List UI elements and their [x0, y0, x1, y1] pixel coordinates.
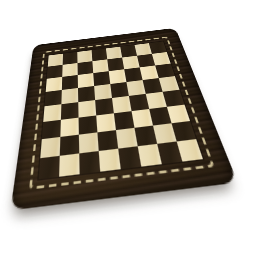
- board-grid: [39, 41, 203, 179]
- square-a1[interactable]: [39, 156, 60, 179]
- square-d1[interactable]: [99, 149, 121, 172]
- square-b2[interactable]: [60, 135, 79, 156]
- square-c2[interactable]: [79, 132, 99, 153]
- chess-board: [10, 28, 237, 211]
- square-d2[interactable]: [97, 130, 118, 151]
- square-b1[interactable]: [59, 153, 80, 176]
- photo-background: [0, 0, 255, 255]
- square-c1[interactable]: [79, 151, 100, 174]
